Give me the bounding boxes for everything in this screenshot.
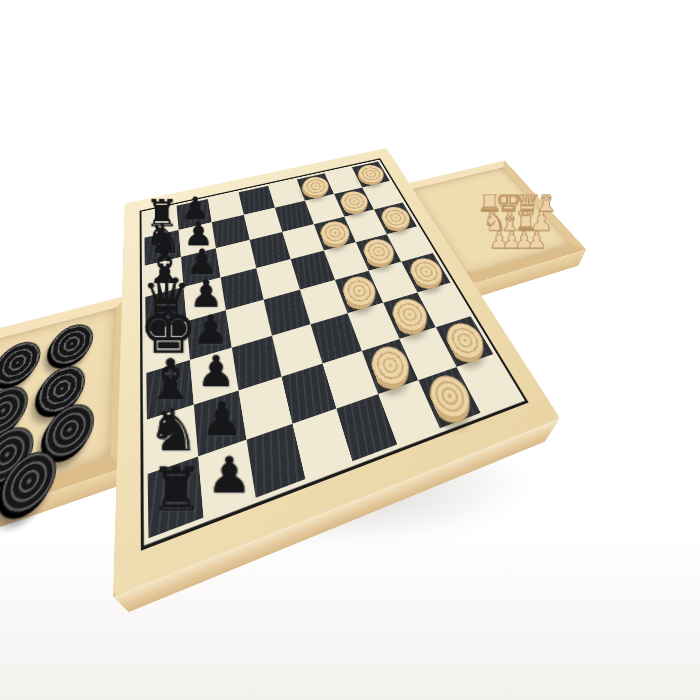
white-pawn: ♟ bbox=[501, 233, 514, 248]
black-pawn: ♟ bbox=[206, 451, 251, 501]
board-cell bbox=[291, 251, 335, 290]
board-cell bbox=[323, 351, 379, 409]
right-drawer-front bbox=[458, 250, 586, 303]
board-cell bbox=[264, 290, 311, 336]
white-pawn: ♟ bbox=[489, 233, 502, 248]
draughts-disc bbox=[377, 204, 414, 231]
game-box: ♜♟♞♟♝♟♛♟♚♟♝♟♞♟♜♟ ♜♚♛♝♞♝♜♟♟♟♟♟ bbox=[113, 148, 560, 597]
black-pawn: ♟ bbox=[201, 397, 242, 443]
left-drawer bbox=[0, 295, 128, 538]
black-draughts-disc bbox=[0, 337, 43, 390]
board-cell: ♜ bbox=[148, 457, 204, 539]
white-pawn: ♟ bbox=[527, 233, 540, 248]
board-cell: ♟ bbox=[198, 440, 255, 518]
black-draughts-disc bbox=[47, 320, 94, 370]
draughts-disc bbox=[338, 273, 380, 310]
board-cell bbox=[336, 394, 397, 461]
white-pieces-row: ♟♟♟♟ bbox=[448, 233, 580, 251]
draughts-disc bbox=[387, 295, 433, 335]
black-pawn: ♟ bbox=[196, 351, 234, 394]
black-rook: ♜ bbox=[149, 461, 203, 521]
product-photo-scene: ♜♟♞♟♝♟♛♟♚♟♝♟♞♟♜♟ ♜♚♛♝♞♝♜♟♟♟♟♟ bbox=[0, 0, 700, 700]
white-pawn: ♟ bbox=[514, 233, 527, 248]
draughts-disc bbox=[366, 342, 415, 390]
draughts-disc bbox=[354, 163, 387, 185]
perspective-stage: ♜♟♞♟♝♟♛♟♚♟♝♟♞♟♜♟ ♜♚♛♝♞♝♜♟♟♟♟♟ bbox=[0, 0, 700, 700]
board-cell bbox=[256, 259, 300, 300]
black-knight: ♞ bbox=[147, 402, 199, 460]
white-pieces-cluster: ♜♚♛♝♞♝♜♟♟♟♟♟ bbox=[448, 194, 580, 251]
